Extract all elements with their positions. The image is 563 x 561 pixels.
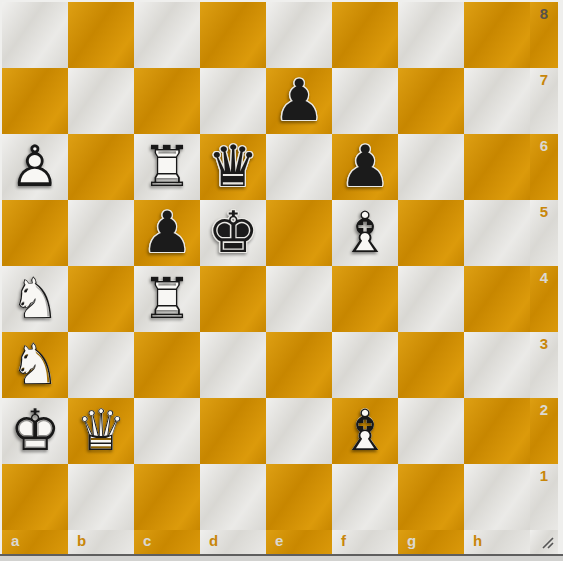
file-label-c: c [134, 530, 200, 549]
chess-app-window: 8♟7♙♖♛♟6♟♚♗5♘♖4♘3♔♕♗21abcdefgh [0, 0, 563, 561]
white-rook[interactable]: ♖ [134, 134, 200, 200]
rank-label-5: 5 [530, 200, 558, 220]
square-d8[interactable] [200, 2, 266, 68]
rank-strip-3: 3 [530, 332, 558, 398]
rank-strip-2: 2 [530, 398, 558, 464]
rank-strip-7: 7 [530, 68, 558, 134]
square-c3[interactable] [134, 332, 200, 398]
square-b5[interactable] [68, 200, 134, 266]
black-pawn[interactable]: ♟ [266, 68, 332, 134]
square-a5[interactable] [2, 200, 68, 266]
rank-strip-5: 5 [530, 200, 558, 266]
file-label-h: h [464, 530, 530, 549]
square-e5[interactable] [266, 200, 332, 266]
square-e4[interactable] [266, 266, 332, 332]
rank-label-6: 6 [530, 134, 558, 154]
square-b6[interactable] [68, 134, 134, 200]
square-c2[interactable] [134, 398, 200, 464]
file-strip-f: f [332, 530, 398, 554]
square-f5[interactable]: ♗ [332, 200, 398, 266]
black-pawn[interactable]: ♟ [332, 134, 398, 200]
black-queen[interactable]: ♛ [200, 134, 266, 200]
square-c6[interactable]: ♖ [134, 134, 200, 200]
square-c1[interactable] [134, 464, 200, 530]
white-bishop[interactable]: ♗ [332, 398, 398, 464]
square-h1[interactable] [464, 464, 530, 530]
file-strip-e: e [266, 530, 332, 554]
rank-label-3: 3 [530, 332, 558, 352]
rank-label-8: 8 [530, 2, 558, 22]
file-label-e: e [266, 530, 332, 549]
rank-strip-6: 6 [530, 134, 558, 200]
rank-strip-1: 1 [530, 464, 558, 530]
square-e3[interactable] [266, 332, 332, 398]
rank-label-1: 1 [530, 464, 558, 484]
square-d5[interactable]: ♚ [200, 200, 266, 266]
square-a1[interactable] [2, 464, 68, 530]
resize-handle-icon[interactable] [541, 536, 555, 550]
square-g4[interactable] [398, 266, 464, 332]
file-label-f: f [332, 530, 398, 549]
square-c5[interactable]: ♟ [134, 200, 200, 266]
white-pawn[interactable]: ♙ [2, 134, 68, 200]
file-strip-d: d [200, 530, 266, 554]
square-b2[interactable]: ♕ [68, 398, 134, 464]
rank-label-4: 4 [530, 266, 558, 286]
square-h4[interactable] [464, 266, 530, 332]
square-a6[interactable]: ♙ [2, 134, 68, 200]
square-h2[interactable] [464, 398, 530, 464]
square-d1[interactable] [200, 464, 266, 530]
file-strip-g: g [398, 530, 464, 554]
white-king[interactable]: ♔ [2, 398, 68, 464]
square-b8[interactable] [68, 2, 134, 68]
square-d4[interactable] [200, 266, 266, 332]
rank-strip-4: 4 [530, 266, 558, 332]
square-d7[interactable] [200, 68, 266, 134]
square-c8[interactable] [134, 2, 200, 68]
file-strip-b: b [68, 530, 134, 554]
square-g2[interactable] [398, 398, 464, 464]
file-strip-a: a [2, 530, 68, 554]
black-pawn[interactable]: ♟ [134, 200, 200, 266]
square-c4[interactable]: ♖ [134, 266, 200, 332]
square-c7[interactable] [134, 68, 200, 134]
square-g3[interactable] [398, 332, 464, 398]
square-a7[interactable] [2, 68, 68, 134]
square-b7[interactable] [68, 68, 134, 134]
file-label-b: b [68, 530, 134, 549]
file-label-g: g [398, 530, 464, 549]
square-g5[interactable] [398, 200, 464, 266]
square-e1[interactable] [266, 464, 332, 530]
square-h8[interactable] [464, 2, 530, 68]
white-rook[interactable]: ♖ [134, 266, 200, 332]
file-label-d: d [200, 530, 266, 549]
square-b4[interactable] [68, 266, 134, 332]
window-bottom-edge [0, 556, 563, 561]
square-e8[interactable] [266, 2, 332, 68]
square-f7[interactable] [332, 68, 398, 134]
rank-label-2: 2 [530, 398, 558, 418]
square-f2[interactable]: ♗ [332, 398, 398, 464]
square-a2[interactable]: ♔ [2, 398, 68, 464]
square-h6[interactable] [464, 134, 530, 200]
square-f1[interactable] [332, 464, 398, 530]
white-knight[interactable]: ♘ [2, 266, 68, 332]
square-h7[interactable] [464, 68, 530, 134]
square-b3[interactable] [68, 332, 134, 398]
square-f6[interactable]: ♟ [332, 134, 398, 200]
square-e6[interactable] [266, 134, 332, 200]
square-d6[interactable]: ♛ [200, 134, 266, 200]
square-f8[interactable] [332, 2, 398, 68]
rank-strip-8: 8 [530, 2, 558, 68]
square-f4[interactable] [332, 266, 398, 332]
square-g7[interactable] [398, 68, 464, 134]
white-queen[interactable]: ♕ [68, 398, 134, 464]
square-d3[interactable] [200, 332, 266, 398]
square-d2[interactable] [200, 398, 266, 464]
white-knight[interactable]: ♘ [2, 332, 68, 398]
file-strip-h: h [464, 530, 530, 554]
file-strip-c: c [134, 530, 200, 554]
square-e2[interactable] [266, 398, 332, 464]
square-e7[interactable]: ♟ [266, 68, 332, 134]
square-h5[interactable] [464, 200, 530, 266]
board-corner [530, 530, 558, 554]
square-a8[interactable] [2, 2, 68, 68]
square-a4[interactable]: ♘ [2, 266, 68, 332]
square-b1[interactable] [68, 464, 134, 530]
square-g1[interactable] [398, 464, 464, 530]
white-bishop[interactable]: ♗ [332, 200, 398, 266]
square-a3[interactable]: ♘ [2, 332, 68, 398]
rank-label-7: 7 [530, 68, 558, 88]
board-area: 8♟7♙♖♛♟6♟♚♗5♘♖4♘3♔♕♗21abcdefgh [0, 0, 563, 554]
square-g6[interactable] [398, 134, 464, 200]
file-label-a: a [2, 530, 68, 549]
square-g8[interactable] [398, 2, 464, 68]
square-h3[interactable] [464, 332, 530, 398]
chess-board: 8♟7♙♖♛♟6♟♚♗5♘♖4♘3♔♕♗21abcdefgh [2, 2, 558, 554]
black-king[interactable]: ♚ [200, 200, 266, 266]
square-f3[interactable] [332, 332, 398, 398]
